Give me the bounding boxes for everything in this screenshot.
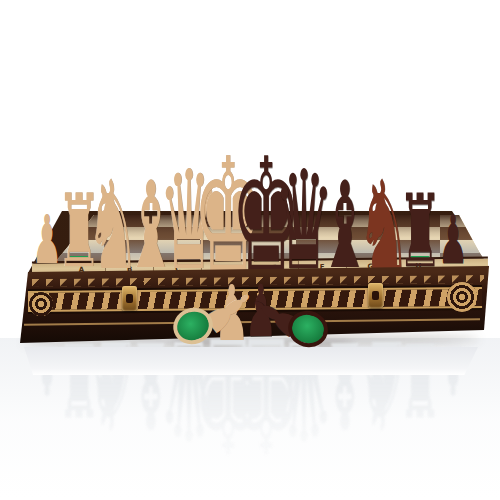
loose-pawns-group: ♟♟♟♟ (0, 0, 500, 500)
chess-set-product-photo: ♟♜♞♝♛♚♚♛♝♞♜♟ ABCDEFGH ♟♜♞♝♛♚♚♛♝♞♜♟ ♟♟♟♟ (0, 0, 500, 500)
